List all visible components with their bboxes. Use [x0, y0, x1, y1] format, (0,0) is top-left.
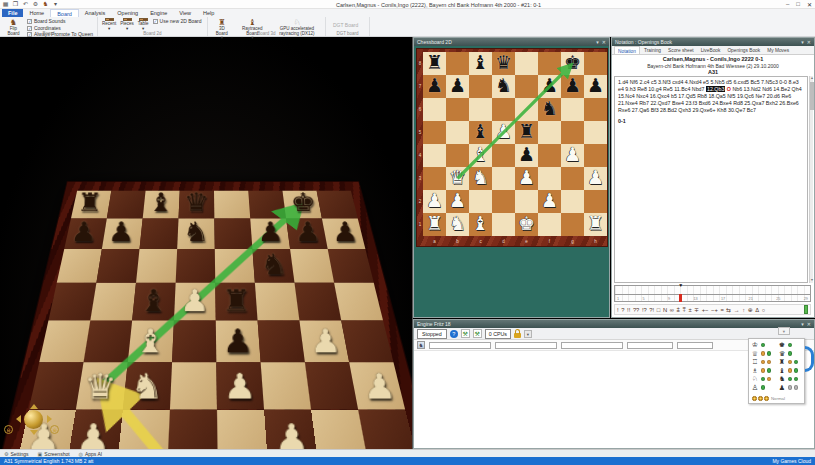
square-g7[interactable]: ♟: [286, 219, 328, 250]
ribbon-group-board3d: ♜ 3D Board ▾ ♝ Raytraced Board ▾ ♘ GPU a…: [208, 17, 326, 36]
file-label-f: f: [538, 238, 561, 245]
zoom-out-icon[interactable]: ⊖: [4, 425, 13, 434]
board-2d-arrows: [423, 52, 607, 236]
palette-dropdown[interactable]: ▾: [778, 327, 790, 335]
square-e5[interactable]: ♜: [215, 283, 257, 321]
rating-dot: [794, 385, 799, 390]
notation-titlebar[interactable]: Notation : Openings Book ▾ ✕: [612, 38, 814, 46]
file-label-b: b: [446, 238, 469, 245]
game-result: 0-1: [618, 118, 804, 125]
board-3d-nav-control[interactable]: ⊖ ⊕: [6, 405, 64, 437]
eval-tick-21: 21: [749, 297, 753, 301]
piece-black-p-e4[interactable]: ♟: [216, 321, 260, 362]
annotation-symbol-21[interactable]: ○: [762, 305, 766, 315]
annotation-symbol-7[interactable]: N: [663, 305, 667, 315]
gear-icon: ⚙: [4, 451, 8, 457]
piece-white-p-e3[interactable]: ♟: [217, 365, 264, 409]
flip-board-button[interactable]: ♞ Flip Board: [4, 18, 23, 31]
board-2d-pane: Chessboard 2D ▾ ✕ 87654321 abcdefgh ♜♝♛♚…: [413, 37, 610, 318]
white-piece-rating-row[interactable]: ♙: [751, 384, 777, 392]
dgt-board-button[interactable]: DGT Board: [330, 22, 361, 28]
annotation-symbol-2[interactable]: !!: [627, 305, 630, 315]
status-right-info: My Games Cloud: [772, 457, 811, 465]
engine-pane: Engine Fritz 18 ▾ ✕ Stopped ? ⚒ ⚒ 0 CPUs…: [413, 319, 815, 449]
piece-glyph: ♟: [778, 384, 786, 391]
annotation-symbol-13[interactable]: +−: [702, 305, 709, 315]
engine-field-1[interactable]: [429, 342, 491, 349]
gear-icon[interactable]: ⚙: [32, 1, 39, 8]
black-piece-rating-row[interactable]: ♜: [778, 358, 804, 366]
black-piece-rating-row[interactable]: ♞: [778, 375, 804, 383]
notation-pane: Notation : Openings Book ▾ ✕ Notation Tr…: [611, 37, 815, 318]
piece-glyph: ♗: [751, 367, 759, 374]
checkbox-board-sounds[interactable]: ✓Board Sounds: [27, 19, 93, 24]
checkbox-use-new-2d-board[interactable]: ✓ Use new 2D Board: [153, 19, 202, 24]
piece-black-b-c8[interactable]: ♝: [143, 186, 179, 218]
board-2d-titlebar[interactable]: Chessboard 2D ▾ ✕: [414, 38, 609, 46]
scrollbar-thumb[interactable]: [810, 82, 814, 110]
ribbon-group-board: ♞ Flip Board ✓Board Sounds ✓Coordinates …: [0, 17, 98, 36]
piece-white-p-f2[interactable]: ♟: [267, 414, 318, 449]
file-label-e: e: [515, 238, 538, 245]
eval-tick-1: 1: [617, 297, 619, 301]
board-3d-scene: ♜♝♛♚♟♟♞♟♟♟♞♝♟♜♝♟♟♛♞♟♟♟♟♟♜♞♝♚♜: [10, 89, 402, 449]
annotation-symbol-19[interactable]: ⊕: [748, 305, 753, 315]
annotation-symbol-12[interactable]: ∓: [694, 305, 699, 315]
piece-glyph: ♝: [778, 367, 786, 374]
rating-dot: [767, 368, 772, 373]
rotate-down-icon[interactable]: [30, 430, 38, 435]
ribbon: ♞ Flip Board ✓Board Sounds ✓Coordinates …: [0, 17, 815, 37]
piece-white-b-c4[interactable]: ♝: [128, 321, 172, 362]
square-c8[interactable]: ♝: [143, 191, 180, 219]
rating-dot: [767, 360, 772, 365]
annotation-symbol-4[interactable]: !?: [642, 305, 647, 315]
rating-dot: [761, 377, 766, 382]
eval-tick-5: 5: [642, 297, 644, 301]
rating-dot: [794, 377, 799, 382]
recent-board-button[interactable]: Recent ▾: [102, 18, 116, 31]
rating-dot: [761, 351, 766, 356]
pane-close-icon[interactable]: ✕: [807, 38, 811, 46]
window-title: Carlsen,Magnus - Conils,Ingo (2222), Bay…: [336, 2, 541, 8]
palette-footer: Normal: [752, 396, 785, 401]
piece-glyph: ♘: [751, 375, 759, 382]
file-label-c: c: [469, 238, 492, 245]
rating-dot: [761, 385, 766, 390]
engine-field-4[interactable]: [627, 342, 673, 349]
annotation-symbol-11[interactable]: ±: [688, 305, 691, 315]
white-piece-rating-row[interactable]: ♔: [751, 341, 777, 349]
palette-footer-label: Normal: [771, 396, 785, 401]
tab-view[interactable]: View: [173, 9, 197, 17]
engine-tune-icon[interactable]: ⚒: [473, 329, 482, 338]
knight-icon[interactable]: ♞: [42, 1, 49, 8]
quick-access-toolbar: ▦❐↶⚙♞▾: [2, 1, 59, 8]
file-coordinates: abcdefgh: [423, 238, 607, 245]
square-d7[interactable]: ♞: [177, 219, 215, 250]
piece-glyph: ♜: [778, 358, 786, 365]
rotate-up-icon[interactable]: [30, 404, 38, 409]
file-label-h: h: [584, 238, 607, 245]
rating-dot: [788, 368, 793, 373]
rating-dot: [788, 360, 793, 365]
piece-glyph: ♕: [751, 350, 759, 357]
annotation-symbol-1[interactable]: ?: [621, 305, 624, 315]
black-piece-rating-row[interactable]: ♟: [778, 384, 804, 392]
square-h7[interactable]: ♟: [322, 219, 365, 250]
engine-dropdown[interactable]: ▾: [524, 330, 532, 338]
board-icon[interactable]: ▦: [2, 1, 9, 8]
piece-black-n-d7[interactable]: ♞: [177, 215, 215, 249]
rating-dot: [788, 385, 793, 390]
white-piece-rating-row[interactable]: ♖: [751, 358, 777, 366]
square-f2[interactable]: ♟: [264, 410, 318, 449]
piece-black-p-b7[interactable]: ♟: [102, 215, 140, 249]
pane-menu-icon[interactable]: ▾: [801, 38, 804, 46]
annotation-symbol-6[interactable]: □: [657, 305, 661, 315]
piece-black-p-g7[interactable]: ♟: [289, 215, 327, 249]
rating-dot: [794, 368, 799, 373]
evaluation-profile[interactable]: ▼ 1591317212529: [614, 285, 811, 302]
bottom-toolbar: ⚙Settings ▣Screenshot ◎Apps AI: [0, 449, 815, 457]
medal-icon: [752, 396, 757, 401]
black-pieces-column: ♚♛♜♝♞♟: [778, 341, 804, 391]
tab-board[interactable]: Board: [50, 9, 79, 17]
piece-black-k-g8[interactable]: ♚: [285, 186, 321, 218]
annotation-symbol-14[interactable]: −+: [711, 305, 718, 315]
rotate-right-icon[interactable]: [47, 415, 52, 423]
pane-close-icon[interactable]: ✕: [602, 38, 606, 46]
square-f7[interactable]: ♟: [250, 219, 290, 250]
eval-tick-labels: 1591317212529: [615, 297, 810, 301]
square-b2[interactable]: ♟: [67, 410, 123, 449]
piece-black-q-d8[interactable]: ♛: [179, 186, 215, 218]
tab-openings-book[interactable]: Openings Book: [724, 46, 763, 54]
rating-dot: [788, 351, 793, 356]
scroll-down-icon[interactable]: ▼: [810, 278, 814, 283]
square-g4[interactable]: ♟: [299, 320, 349, 362]
checkbox-icon: ✓: [153, 19, 158, 24]
symbols-scroll-indicator[interactable]: [804, 305, 808, 314]
checkbox-coordinates[interactable]: ✓Coordinates: [27, 26, 93, 31]
piece-black-p-a7[interactable]: ♟: [65, 215, 103, 249]
rating-dot: [767, 351, 772, 356]
piece-glyph: ♚: [778, 341, 786, 348]
eval-zero-line: [615, 294, 810, 295]
square-h3[interactable]: ♟: [349, 362, 405, 409]
square-c4[interactable]: ♝: [128, 320, 174, 362]
white-piece-rating-row[interactable]: ♘: [751, 375, 777, 383]
tab-help[interactable]: Help: [197, 9, 220, 17]
piece-glyph: ♞: [778, 375, 786, 382]
engine-field-5[interactable]: [677, 342, 713, 349]
piece-white-p-g4[interactable]: ♟: [303, 321, 348, 362]
rating-dot: [788, 343, 793, 348]
lock-icon[interactable]: [514, 333, 521, 338]
players-line: Carlsen,Magnus - Conils,Ingo 2222 0-1: [612, 56, 814, 63]
eval-tick-25: 25: [776, 297, 780, 301]
cpu-count-button[interactable]: 0 CPUs: [485, 329, 511, 339]
eco-code: A31: [612, 69, 814, 76]
piece-white-n-c3[interactable]: ♞: [123, 365, 170, 409]
piece-white-p-h3[interactable]: ♟: [356, 365, 405, 409]
medal-icon: [764, 396, 769, 401]
annotation-symbols-toolbar: !?!!??!??!□N∞⩲⩱±∓+−−+=⇆→↑⊕Δ○: [614, 304, 811, 315]
pane-menu-icon[interactable]: ▾: [596, 38, 599, 46]
square-c3[interactable]: ♞: [123, 362, 172, 409]
piece-white-p-d5[interactable]: ♟: [174, 282, 216, 321]
annotation-symbol-17[interactable]: →: [734, 305, 740, 315]
green-arrow: [458, 67, 570, 179]
rating-dot: [788, 377, 793, 382]
pane-menu-icon[interactable]: ▾: [801, 320, 804, 328]
piece-black-r-e5[interactable]: ♜: [216, 282, 258, 321]
square-c5[interactable]: ♝: [132, 283, 176, 321]
square-e3[interactable]: ♟: [216, 362, 264, 409]
black-piece-rating-row[interactable]: ♚: [778, 341, 804, 349]
tab-engine[interactable]: Engine: [144, 9, 173, 17]
engine-field-3[interactable]: [561, 342, 623, 349]
pieces-button[interactable]: Pieces ▾: [120, 18, 134, 31]
ribbon-group-board2d: Recent ▾ Pieces ▾ Table ▾ ✓ Use new 2D B…: [98, 17, 208, 36]
board-3d-button[interactable]: ♜ 3D Board ▾: [212, 18, 232, 31]
chevron-down-icon[interactable]: ▾: [52, 1, 59, 8]
file-label-g: g: [561, 238, 584, 245]
eval-tick-9: 9: [668, 297, 670, 301]
white-piece-rating-row[interactable]: ♕: [751, 350, 777, 358]
annotation-symbol-15[interactable]: =: [720, 305, 723, 315]
eval-move-marker: ▼: [678, 282, 683, 288]
move-list[interactable]: 1.d4 Nf6 2.c4 c5 3.Nf3 cxd4 4.Nxd4 e5 5.…: [614, 76, 808, 283]
apps-icon: ◎: [79, 451, 83, 457]
square-f6[interactable]: ♞: [252, 249, 294, 283]
piece-evaluation-palette[interactable]: ♔♕♖♗♘♙ ♚♛♜♝♞♟ Normal: [748, 338, 805, 404]
eval-tick-13: 13: [693, 297, 697, 301]
tab-training[interactable]: Training: [641, 46, 664, 54]
piece-glyph: ♛: [778, 350, 786, 357]
new-window-icon[interactable]: ❐: [12, 1, 19, 8]
notation-tab-bar: Notation Training Score sheet LiveBook O…: [612, 46, 814, 55]
checkbox-icon: ✓: [27, 26, 32, 31]
tab-home[interactable]: Home: [23, 9, 50, 17]
annotation-symbol-20[interactable]: Δ: [755, 305, 759, 315]
board-2d-frame: 87654321 abcdefgh ♜♝♛♚♟♟♞♟♟♟♞♝♟♜♝♟♟♛♞♟♟♟…: [416, 48, 608, 247]
tab-analysis[interactable]: Analysis: [79, 9, 111, 17]
window-controls: – □ ✕: [786, 1, 812, 8]
zoom-in-icon[interactable]: ⊕: [50, 425, 59, 434]
tab-file[interactable]: File: [2, 9, 23, 17]
board-3d-pane: ♜♝♛♚♟♟♞♟♟♟♞♝♟♜♝♟♟♛♞♟♟♟♟♟♜♞♝♚♜ ⊖ ⊕: [0, 37, 412, 449]
annotation-symbol-3[interactable]: ??: [633, 305, 639, 315]
rating-dot: [794, 360, 799, 365]
black-piece-rating-row[interactable]: ♝: [778, 367, 804, 375]
notation-scrollbar[interactable]: ▲ ▼: [809, 76, 813, 283]
square-e4[interactable]: ♟: [216, 320, 261, 362]
piece-white-p-b2[interactable]: ♟: [68, 414, 119, 449]
file-label-d: d: [492, 238, 515, 245]
piece-glyph: ♙: [751, 384, 759, 391]
tab-my-moves[interactable]: My Moves: [764, 46, 792, 54]
scroll-up-icon[interactable]: ▲: [810, 76, 814, 81]
maximize-icon[interactable]: □: [796, 1, 800, 8]
engine-icon: ♞: [417, 341, 425, 349]
rating-dot: [761, 343, 766, 348]
piece-black-r-a8[interactable]: ♜: [71, 186, 108, 218]
ribbon-tab-bar: File Home Board Analysis Opening Engine …: [0, 9, 815, 17]
piece-glyph: ♔: [751, 341, 759, 348]
help-icon[interactable]: ?: [450, 330, 458, 338]
pane-close-icon[interactable]: ✕: [807, 320, 811, 328]
tab-notation[interactable]: Notation: [614, 46, 640, 54]
file-label-a: a: [423, 238, 446, 245]
engine-field-2[interactable]: [495, 342, 557, 349]
settings-button[interactable]: ⚙Settings: [4, 451, 29, 457]
annotation-symbol-16[interactable]: ⇆: [726, 305, 731, 315]
piece-black-b-c5[interactable]: ♝: [132, 282, 174, 321]
piece-black-p-h7[interactable]: ♟: [326, 215, 365, 249]
white-piece-rating-row[interactable]: ♗: [751, 367, 777, 375]
piece-glyph: ♖: [751, 358, 759, 365]
close-icon[interactable]: ✕: [807, 1, 812, 8]
eval-tick-17: 17: [721, 297, 725, 301]
square-d5[interactable]: ♟: [174, 283, 216, 321]
title-bar: ▦❐↶⚙♞▾ Carlsen,Magnus - Conils,Ingo (222…: [0, 0, 815, 9]
annotation-symbol-18[interactable]: ↑: [742, 305, 745, 315]
status-opening-info: A31 Symmetrical English 1.743 MB 2 att: [4, 457, 94, 465]
rating-dot: [761, 368, 766, 373]
hint-arrow-icon: [805, 346, 814, 372]
game-header: Carlsen,Magnus - Conils,Ingo 2222 0-1 Ba…: [612, 55, 814, 76]
medal-icon: [758, 396, 763, 401]
rotate-left-icon[interactable]: [16, 415, 21, 423]
annotation-symbol-0[interactable]: !: [617, 305, 619, 315]
current-move[interactable]: 12.Qb3: [706, 86, 725, 92]
rating-dot: [767, 377, 772, 382]
tab-livebook[interactable]: LiveBook: [698, 46, 724, 54]
camera-icon: ▣: [38, 451, 43, 457]
square-b7[interactable]: ♟: [102, 219, 143, 250]
annotation-symbol-5[interactable]: ?!: [649, 305, 654, 315]
engine-stopped-button[interactable]: Stopped: [417, 329, 447, 339]
piece-black-p-f7[interactable]: ♟: [252, 215, 290, 249]
tab-score-sheet[interactable]: Score sheet: [665, 46, 697, 54]
orbit-sphere[interactable]: [24, 410, 43, 429]
undo-icon[interactable]: ↶: [22, 1, 29, 8]
square-b3[interactable]: ♛: [76, 362, 128, 409]
rating-dot: [761, 360, 766, 365]
table-button[interactable]: Table ▾: [138, 18, 149, 31]
gpu-raytracing-button[interactable]: ♘ GPU accelerated raytracing (DX12): [273, 18, 321, 31]
tab-opening[interactable]: Opening: [111, 9, 144, 17]
eval-tick-29: 29: [804, 297, 808, 301]
engine-titlebar[interactable]: Engine Fritz 18 ▾ ✕: [414, 320, 814, 328]
screenshot-button[interactable]: ▣Screenshot: [38, 451, 70, 457]
raytraced-board-button[interactable]: ♝ Raytraced Board ▾: [236, 18, 269, 31]
annotation-symbol-9[interactable]: ⩲: [676, 305, 679, 315]
engine-settings-icon[interactable]: ⚒: [461, 329, 470, 338]
minimize-icon[interactable]: –: [786, 1, 789, 8]
square-a7[interactable]: ♟: [64, 219, 107, 250]
piece-white-q-b3[interactable]: ♛: [76, 365, 124, 409]
apps-ai-button[interactable]: ◎Apps AI: [79, 451, 103, 457]
ribbon-group-dgt: DGT Board DGT board: [326, 17, 370, 36]
annotation-symbol-8[interactable]: ∞: [670, 305, 674, 315]
annotation-symbol-10[interactable]: ⩱: [682, 305, 685, 315]
white-pieces-column: ♔♕♖♗♘♙: [751, 341, 777, 391]
black-piece-rating-row[interactable]: ♛: [778, 350, 804, 358]
status-bar: A31 Symmetrical English 1.743 MB 2 att M…: [0, 457, 815, 465]
piece-black-n-f6[interactable]: ♞: [254, 247, 294, 283]
checkbox-icon: ✓: [27, 19, 32, 24]
